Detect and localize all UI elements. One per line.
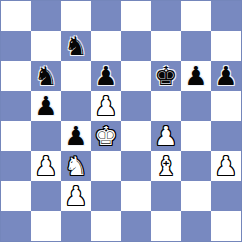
square-b6[interactable]: ♞ xyxy=(31,61,61,91)
square-d4[interactable]: ♚ xyxy=(91,121,121,151)
square-g3[interactable] xyxy=(181,151,211,181)
square-h8[interactable] xyxy=(211,1,241,31)
square-a1[interactable] xyxy=(1,211,31,241)
square-d2[interactable] xyxy=(91,181,121,211)
square-c1[interactable] xyxy=(61,211,91,241)
white-pawn-piece[interactable]: ♟ xyxy=(61,181,91,211)
square-g5[interactable] xyxy=(181,91,211,121)
square-f3[interactable]: ♝ xyxy=(151,151,181,181)
square-d3[interactable] xyxy=(91,151,121,181)
white-bishop-piece[interactable]: ♝ xyxy=(151,151,181,181)
square-f4[interactable]: ♟ xyxy=(151,121,181,151)
white-pawn-piece[interactable]: ♟ xyxy=(211,151,241,181)
square-g4[interactable] xyxy=(181,121,211,151)
square-a8[interactable] xyxy=(1,1,31,31)
square-c4[interactable]: ♟ xyxy=(61,121,91,151)
black-pawn-piece[interactable]: ♟ xyxy=(181,61,211,91)
square-e6[interactable] xyxy=(121,61,151,91)
chess-board[interactable]: ♞♞♟♚♟♟♟♟♟♚♟♟♞♝♟♟ xyxy=(0,0,242,242)
square-b7[interactable] xyxy=(31,31,61,61)
square-b4[interactable] xyxy=(31,121,61,151)
square-c2[interactable]: ♟ xyxy=(61,181,91,211)
square-c7[interactable]: ♞ xyxy=(61,31,91,61)
square-c6[interactable] xyxy=(61,61,91,91)
square-e2[interactable] xyxy=(121,181,151,211)
square-b2[interactable] xyxy=(31,181,61,211)
square-d6[interactable]: ♟ xyxy=(91,61,121,91)
square-g6[interactable]: ♟ xyxy=(181,61,211,91)
square-c8[interactable] xyxy=(61,1,91,31)
square-a6[interactable] xyxy=(1,61,31,91)
square-b5[interactable]: ♟ xyxy=(31,91,61,121)
black-pawn-piece[interactable]: ♟ xyxy=(211,61,241,91)
square-d1[interactable] xyxy=(91,211,121,241)
black-king-piece[interactable]: ♚ xyxy=(151,61,181,91)
square-g7[interactable] xyxy=(181,31,211,61)
square-c5[interactable] xyxy=(61,91,91,121)
square-d5[interactable]: ♟ xyxy=(91,91,121,121)
square-g8[interactable] xyxy=(181,1,211,31)
square-f5[interactable] xyxy=(151,91,181,121)
black-pawn-piece[interactable]: ♟ xyxy=(91,61,121,91)
square-g1[interactable] xyxy=(181,211,211,241)
white-king-piece[interactable]: ♚ xyxy=(91,121,121,151)
square-h3[interactable]: ♟ xyxy=(211,151,241,181)
square-b1[interactable] xyxy=(31,211,61,241)
square-a5[interactable] xyxy=(1,91,31,121)
black-knight-piece[interactable]: ♞ xyxy=(61,31,91,61)
square-g2[interactable] xyxy=(181,181,211,211)
square-b3[interactable]: ♟ xyxy=(31,151,61,181)
square-e3[interactable] xyxy=(121,151,151,181)
square-f7[interactable] xyxy=(151,31,181,61)
square-a3[interactable] xyxy=(1,151,31,181)
square-e5[interactable] xyxy=(121,91,151,121)
white-pawn-piece[interactable]: ♟ xyxy=(151,121,181,151)
square-h2[interactable] xyxy=(211,181,241,211)
white-knight-piece[interactable]: ♞ xyxy=(61,151,91,181)
chess-board-container: ♞♞♟♚♟♟♟♟♟♚♟♟♞♝♟♟ xyxy=(0,0,242,242)
square-e1[interactable] xyxy=(121,211,151,241)
square-e7[interactable] xyxy=(121,31,151,61)
square-a7[interactable] xyxy=(1,31,31,61)
white-pawn-piece[interactable]: ♟ xyxy=(91,91,121,121)
square-b8[interactable] xyxy=(31,1,61,31)
square-h6[interactable]: ♟ xyxy=(211,61,241,91)
square-h1[interactable] xyxy=(211,211,241,241)
square-h4[interactable] xyxy=(211,121,241,151)
square-a2[interactable] xyxy=(1,181,31,211)
square-f2[interactable] xyxy=(151,181,181,211)
square-d8[interactable] xyxy=(91,1,121,31)
square-h5[interactable] xyxy=(211,91,241,121)
square-a4[interactable] xyxy=(1,121,31,151)
square-f8[interactable] xyxy=(151,1,181,31)
square-h7[interactable] xyxy=(211,31,241,61)
square-c3[interactable]: ♞ xyxy=(61,151,91,181)
square-f6[interactable]: ♚ xyxy=(151,61,181,91)
square-f1[interactable] xyxy=(151,211,181,241)
black-pawn-piece[interactable]: ♟ xyxy=(31,91,61,121)
square-d7[interactable] xyxy=(91,31,121,61)
black-knight-piece[interactable]: ♞ xyxy=(31,61,61,91)
black-pawn-piece[interactable]: ♟ xyxy=(61,121,91,151)
square-e8[interactable] xyxy=(121,1,151,31)
square-e4[interactable] xyxy=(121,121,151,151)
white-pawn-piece[interactable]: ♟ xyxy=(31,151,61,181)
